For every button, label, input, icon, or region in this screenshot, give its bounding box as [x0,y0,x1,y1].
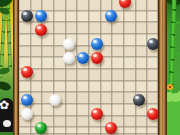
board-cell-0-1[interactable] [20,9,34,23]
board-cell-2-4[interactable] [48,51,62,65]
twig-icon [174,51,180,54]
board-cell-6-0[interactable] [104,0,118,9]
ball-red[interactable] [105,122,117,134]
board-cell-1-2[interactable] [34,23,48,37]
board-cell-9-4[interactable] [146,51,158,65]
ball-white[interactable] [63,38,75,50]
board-cell-9-6[interactable] [146,79,158,93]
board-cell-9-1[interactable] [146,9,158,23]
board-cell-1-7[interactable] [34,93,48,107]
board-cell-6-1[interactable] [104,9,118,23]
white-flower-icon: ✿ [0,99,9,111]
board-cell-4-5[interactable] [76,65,90,79]
board-cell-3-6[interactable] [62,79,76,93]
board-cell-8-3[interactable] [132,37,146,51]
bamboo-left-panel: ✿ [0,0,13,135]
board-cell-5-2[interactable] [90,23,104,37]
ball-blue[interactable] [21,94,33,106]
board-cell-7-0[interactable] [118,0,132,9]
leaf-icon [0,67,11,76]
board-cell-6-5[interactable] [104,65,118,79]
bamboo-right-panel [167,0,180,135]
board-cell-6-4[interactable] [104,51,118,65]
board-cell-3-2[interactable] [62,23,76,37]
board-cell-3-3[interactable] [62,37,76,51]
board-cell-5-5[interactable] [90,65,104,79]
board-cell-0-6[interactable] [20,79,34,93]
board-cell-4-7[interactable] [76,93,90,107]
board-cell-0-0[interactable] [20,0,34,9]
ball-white[interactable] [63,52,75,64]
ball-lattice [20,0,158,135]
board-cell-5-9[interactable] [90,121,104,135]
wood-frame-right [158,0,167,135]
board-cell-3-5[interactable] [62,65,76,79]
board-cell-5-6[interactable] [90,79,104,93]
board-cell-2-7[interactable] [48,93,62,107]
board-cell-2-9[interactable] [48,121,62,135]
game-board [19,0,158,135]
board-cell-3-4[interactable] [62,51,76,65]
board-cell-4-4[interactable] [76,51,90,65]
board-cell-0-5[interactable] [20,65,34,79]
board-cell-9-9[interactable] [146,121,158,135]
board-cell-7-5[interactable] [118,65,132,79]
board-cell-0-9[interactable] [20,121,34,135]
bush-bump [176,91,180,101]
board-cell-1-0[interactable] [34,0,48,9]
board-cell-0-3[interactable] [20,37,34,51]
board-cell-1-5[interactable] [34,65,48,79]
board-cell-3-0[interactable] [62,0,76,9]
ball-red[interactable] [91,108,103,120]
board-cell-2-3[interactable] [48,37,62,51]
wood-frame-left [13,0,19,135]
board-cell-4-3[interactable] [76,37,90,51]
board-cell-1-6[interactable] [34,79,48,93]
board-cell-0-7[interactable] [20,93,34,107]
board-cell-8-1[interactable] [132,9,146,23]
board-cell-7-9[interactable] [118,121,132,135]
board-cell-6-2[interactable] [104,23,118,37]
board-cell-2-2[interactable] [48,23,62,37]
board-cell-8-6[interactable] [132,79,146,93]
ball-red[interactable] [119,0,131,8]
board-cell-8-0[interactable] [132,0,146,9]
ball-white[interactable] [49,94,61,106]
board-cell-6-7[interactable] [104,93,118,107]
board-cell-4-1[interactable] [76,9,90,23]
board-cell-8-2[interactable] [132,23,146,37]
game-screen: ✿ [0,0,180,135]
board-cell-8-9[interactable] [132,121,146,135]
board-cell-7-2[interactable] [118,23,132,37]
board-cell-9-8[interactable] [146,107,158,121]
board-cell-8-5[interactable] [132,65,146,79]
board-cell-7-3[interactable] [118,37,132,51]
board-cell-7-7[interactable] [118,93,132,107]
board-cell-1-9[interactable] [34,121,48,135]
leaf-icon [0,80,12,92]
board-cell-4-8[interactable] [76,107,90,121]
board-cell-6-9[interactable] [104,121,118,135]
board-cell-9-3[interactable] [146,37,158,51]
board-cell-2-5[interactable] [48,65,62,79]
board-cell-2-0[interactable] [48,0,62,9]
board-cell-2-6[interactable] [48,79,62,93]
board-cell-5-3[interactable] [90,37,104,51]
board-cell-8-4[interactable] [132,51,146,65]
board-cell-4-0[interactable] [76,0,90,9]
board-cell-2-8[interactable] [48,107,62,121]
board-cell-1-3[interactable] [34,37,48,51]
ball-red[interactable] [21,66,33,78]
board-cell-2-1[interactable] [48,9,62,23]
bush-icon [167,97,180,135]
board-cell-4-2[interactable] [76,23,90,37]
ball-red[interactable] [91,52,103,64]
board-cell-0-2[interactable] [20,23,34,37]
board-cell-9-7[interactable] [146,93,158,107]
ball-blue[interactable] [35,10,47,22]
board-cell-5-7[interactable] [90,93,104,107]
board-cell-5-0[interactable] [90,0,104,9]
board-cell-6-6[interactable] [104,79,118,93]
board-cell-0-4[interactable] [20,51,34,65]
board-cell-8-8[interactable] [132,107,146,121]
bamboo-stalk-icon [168,0,176,94]
board-cell-1-4[interactable] [34,51,48,65]
ball-green[interactable] [35,122,47,134]
board-cell-1-1[interactable] [34,9,48,23]
board-cell-5-1[interactable] [90,9,104,23]
board-cell-3-9[interactable] [62,121,76,135]
board-cell-9-0[interactable] [146,0,158,9]
board-cell-4-6[interactable] [76,79,90,93]
ball-white[interactable] [21,108,33,120]
board-cell-1-8[interactable] [34,107,48,121]
board-cell-3-1[interactable] [62,9,76,23]
ball-black[interactable] [133,94,145,106]
board-cell-4-9[interactable] [76,121,90,135]
board-cell-9-5[interactable] [146,65,158,79]
ball-blue[interactable] [77,52,89,64]
board-cell-7-8[interactable] [118,107,132,121]
orange-flower-icon [167,84,173,90]
board-cell-0-8[interactable] [20,107,34,121]
board-cell-6-8[interactable] [104,107,118,121]
board-cell-5-8[interactable] [90,107,104,121]
board-cell-8-7[interactable] [132,93,146,107]
ball-black[interactable] [21,10,33,22]
board-cell-9-2[interactable] [146,23,158,37]
board-cell-7-1[interactable] [118,9,132,23]
board-cell-6-3[interactable] [104,37,118,51]
board-cell-5-4[interactable] [90,51,104,65]
panda-patch [3,120,11,127]
board-cell-3-7[interactable] [62,93,76,107]
ball-red[interactable] [147,108,158,120]
ball-blue[interactable] [105,10,117,22]
ball-blue[interactable] [91,38,103,50]
board-cell-3-8[interactable] [62,107,76,121]
ball-black[interactable] [147,38,158,50]
ball-red[interactable] [35,24,47,36]
board-cell-7-6[interactable] [118,79,132,93]
board-cell-7-4[interactable] [118,51,132,65]
